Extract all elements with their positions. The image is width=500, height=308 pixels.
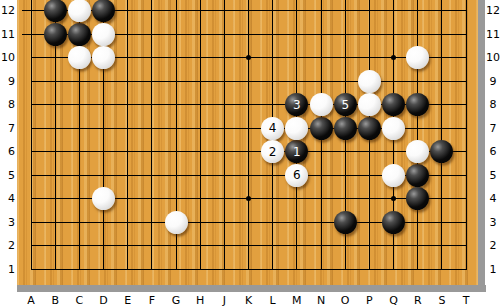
stone-white-L7: 4 xyxy=(261,117,284,140)
row-label-right-7: 7 xyxy=(486,122,500,135)
row-label-left-8: 8 xyxy=(0,98,16,111)
row-label-right-12: 12 xyxy=(486,4,500,17)
row-label-left-4: 4 xyxy=(0,192,16,205)
col-label-G: G xyxy=(168,294,185,307)
row-label-right-2: 2 xyxy=(486,239,500,252)
stone-black-P7 xyxy=(358,117,381,140)
stone-black-C11 xyxy=(68,23,91,46)
stone-white-R6 xyxy=(406,140,429,163)
row-label-right-9: 9 xyxy=(486,75,500,88)
col-label-T: T xyxy=(458,294,475,307)
move-number-6: 6 xyxy=(285,164,308,187)
move-number-5: 5 xyxy=(334,93,357,116)
col-label-J: J xyxy=(216,294,233,307)
col-label-S: S xyxy=(433,294,450,307)
go-diagram: 351426 121110987654321 121110987654321 A… xyxy=(0,0,500,308)
stone-white-C12 xyxy=(68,0,91,22)
col-label-O: O xyxy=(337,294,354,307)
stone-black-D12 xyxy=(92,0,115,22)
stone-black-S6 xyxy=(430,140,453,163)
stone-black-R4 xyxy=(406,187,429,210)
stone-white-G3 xyxy=(165,211,188,234)
grid-line-row-6 xyxy=(31,151,467,152)
stone-white-C10 xyxy=(68,46,91,69)
row-label-left-6: 6 xyxy=(0,145,16,158)
row-label-left-7: 7 xyxy=(0,122,16,135)
stone-white-Q7 xyxy=(382,117,405,140)
grid-line-row-1 xyxy=(31,269,467,270)
grid-line-col-K xyxy=(248,0,249,270)
star-point-K10 xyxy=(246,55,251,60)
col-label-N: N xyxy=(313,294,330,307)
col-label-B: B xyxy=(47,294,64,307)
stone-white-P9 xyxy=(358,70,381,93)
move-number-1: 1 xyxy=(285,140,308,163)
star-point-Q10 xyxy=(391,55,396,60)
row-label-right-5: 5 xyxy=(486,169,500,182)
row-label-left-1: 1 xyxy=(0,263,16,276)
grid-line-col-J xyxy=(224,0,225,270)
stone-white-R10 xyxy=(406,46,429,69)
row-label-right-10: 10 xyxy=(486,51,500,64)
stone-black-M8: 3 xyxy=(285,93,308,116)
stone-white-Q5 xyxy=(382,164,405,187)
stone-black-R5 xyxy=(406,164,429,187)
move-number-4: 4 xyxy=(261,117,284,140)
row-label-left-9: 9 xyxy=(0,75,16,88)
stone-black-O7 xyxy=(334,117,357,140)
go-board[interactable]: 351426 xyxy=(17,0,478,285)
row-label-right-3: 3 xyxy=(486,216,500,229)
stone-white-D4 xyxy=(92,187,115,210)
grid-line-row-9 xyxy=(31,81,467,82)
col-label-R: R xyxy=(409,294,426,307)
col-label-D: D xyxy=(95,294,112,307)
row-label-left-11: 11 xyxy=(0,28,16,41)
stone-black-Q3 xyxy=(382,211,405,234)
stone-white-M7 xyxy=(285,117,308,140)
star-point-K4 xyxy=(246,196,251,201)
grid-line-col-A xyxy=(31,0,32,270)
stone-white-D10 xyxy=(92,46,115,69)
move-number-3: 3 xyxy=(285,93,308,116)
star-point-Q4 xyxy=(391,196,396,201)
col-label-H: H xyxy=(192,294,209,307)
grid-line-col-H xyxy=(200,0,201,270)
row-label-left-3: 3 xyxy=(0,216,16,229)
board-shadow-bottom xyxy=(17,285,486,292)
grid-line-col-F xyxy=(151,0,152,270)
stone-white-D11 xyxy=(92,23,115,46)
col-label-M: M xyxy=(288,294,305,307)
row-label-left-12: 12 xyxy=(0,4,16,17)
stone-white-N8 xyxy=(310,93,333,116)
grid-line-col-E xyxy=(127,0,128,270)
board-shadow-right xyxy=(478,0,485,292)
stone-black-N7 xyxy=(310,117,333,140)
grid-line-col-R xyxy=(417,0,418,270)
col-label-E: E xyxy=(119,294,136,307)
col-label-L: L xyxy=(264,294,281,307)
move-number-2: 2 xyxy=(261,140,284,163)
row-label-right-1: 1 xyxy=(486,263,500,276)
stone-black-B11 xyxy=(44,23,67,46)
stone-black-O8: 5 xyxy=(334,93,357,116)
stone-black-B12 xyxy=(44,0,67,22)
stone-white-L6: 2 xyxy=(261,140,284,163)
stone-black-R8 xyxy=(406,93,429,116)
row-label-left-5: 5 xyxy=(0,169,16,182)
stone-black-Q8 xyxy=(382,93,405,116)
row-label-left-2: 2 xyxy=(0,239,16,252)
row-label-right-4: 4 xyxy=(486,192,500,205)
grid-line-row-2 xyxy=(31,245,467,246)
col-label-K: K xyxy=(240,294,257,307)
stone-white-M5: 6 xyxy=(285,164,308,187)
row-label-right-6: 6 xyxy=(486,145,500,158)
stone-black-M6: 1 xyxy=(285,140,308,163)
stone-black-O3 xyxy=(334,211,357,234)
col-label-P: P xyxy=(361,294,378,307)
col-label-C: C xyxy=(71,294,88,307)
col-label-A: A xyxy=(23,294,40,307)
grid-line-col-S xyxy=(441,0,442,270)
grid-line-col-T xyxy=(466,0,467,270)
row-label-right-8: 8 xyxy=(486,98,500,111)
col-label-Q: Q xyxy=(385,294,402,307)
row-label-left-10: 10 xyxy=(0,51,16,64)
row-label-right-11: 11 xyxy=(486,28,500,41)
col-label-F: F xyxy=(143,294,160,307)
stone-white-P8 xyxy=(358,93,381,116)
